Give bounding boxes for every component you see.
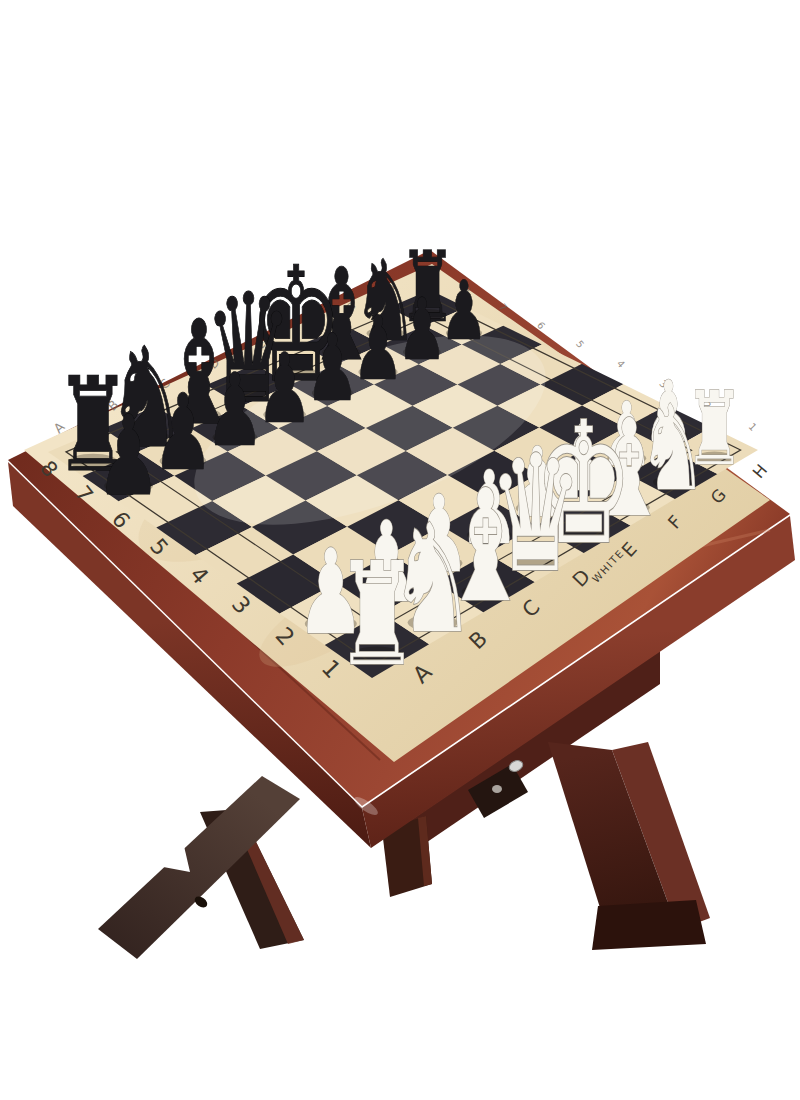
- file-label-h-near: H: [749, 461, 771, 483]
- chess-table-scene: A B C D E F G H WHITE 1 2 3 4 5 6 7 8 A …: [0, 0, 800, 1100]
- piece-black-pawn-a7: ♟: [96, 392, 161, 521]
- table-leg-right-foot: [592, 900, 706, 950]
- screw-icon: [492, 785, 502, 793]
- piece-white-rook-a1: ♜: [335, 532, 419, 697]
- piece-black-pawn-h7: ♟: [440, 264, 488, 358]
- chess-table-photo: A B C D E F G H WHITE 1 2 3 4 5 6 7 8 A …: [0, 0, 800, 1100]
- rank-label-4-far: 4: [615, 358, 627, 370]
- rank-label-1-far: 1: [747, 421, 759, 433]
- rank-label-5-far: 5: [574, 338, 586, 350]
